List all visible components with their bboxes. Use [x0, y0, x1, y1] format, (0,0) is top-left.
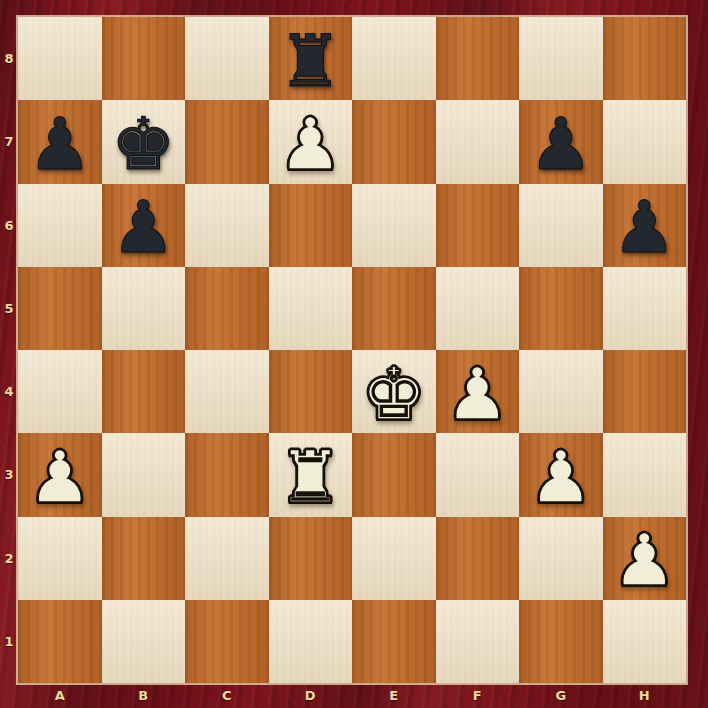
piece-white-pawn[interactable]: ♟ [612, 524, 677, 596]
square-g4[interactable] [519, 350, 603, 433]
square-d1[interactable] [269, 600, 353, 683]
square-h8[interactable] [603, 17, 687, 100]
square-b6[interactable]: ♟ [102, 184, 186, 267]
square-e6[interactable] [352, 184, 436, 267]
chess-board: ♜♟♚♟♟♟♟♚♟♟♜♟♟ [18, 17, 686, 683]
square-h4[interactable] [603, 350, 687, 433]
piece-white-pawn[interactable]: ♟ [445, 358, 510, 430]
square-c7[interactable] [185, 100, 269, 183]
rank-label-2: 2 [0, 517, 18, 600]
square-c3[interactable] [185, 433, 269, 516]
square-d4[interactable] [269, 350, 353, 433]
square-d8[interactable]: ♜ [269, 17, 353, 100]
square-g3[interactable]: ♟ [519, 433, 603, 516]
file-label-d: D [269, 683, 353, 708]
rank-label-7: 7 [0, 100, 18, 183]
file-label-a: A [18, 683, 102, 708]
square-c5[interactable] [185, 267, 269, 350]
rank-labels: 87654321 [0, 17, 18, 683]
square-a5[interactable] [18, 267, 102, 350]
square-b7[interactable]: ♚ [102, 100, 186, 183]
square-a1[interactable] [18, 600, 102, 683]
square-d2[interactable] [269, 517, 353, 600]
square-h2[interactable]: ♟ [603, 517, 687, 600]
piece-black-rook[interactable]: ♜ [278, 25, 343, 97]
piece-black-king[interactable]: ♚ [111, 108, 176, 180]
square-c4[interactable] [185, 350, 269, 433]
piece-white-pawn[interactable]: ♟ [278, 108, 343, 180]
square-f6[interactable] [436, 184, 520, 267]
square-c2[interactable] [185, 517, 269, 600]
file-label-b: B [102, 683, 186, 708]
square-f1[interactable] [436, 600, 520, 683]
square-g1[interactable] [519, 600, 603, 683]
square-c8[interactable] [185, 17, 269, 100]
file-label-c: C [185, 683, 269, 708]
piece-black-pawn[interactable]: ♟ [111, 191, 176, 263]
rank-label-8: 8 [0, 17, 18, 100]
rank-label-4: 4 [0, 350, 18, 433]
piece-white-pawn[interactable]: ♟ [27, 441, 92, 513]
square-d7[interactable]: ♟ [269, 100, 353, 183]
square-b3[interactable] [102, 433, 186, 516]
square-e7[interactable] [352, 100, 436, 183]
piece-black-pawn[interactable]: ♟ [528, 108, 593, 180]
square-b2[interactable] [102, 517, 186, 600]
square-g8[interactable] [519, 17, 603, 100]
square-h6[interactable]: ♟ [603, 184, 687, 267]
file-label-f: F [436, 683, 520, 708]
square-e2[interactable] [352, 517, 436, 600]
piece-white-pawn[interactable]: ♟ [528, 441, 593, 513]
square-a8[interactable] [18, 17, 102, 100]
square-c6[interactable] [185, 184, 269, 267]
file-label-h: H [603, 683, 687, 708]
square-b4[interactable] [102, 350, 186, 433]
rank-label-1: 1 [0, 600, 18, 683]
square-e4[interactable]: ♚ [352, 350, 436, 433]
square-f8[interactable] [436, 17, 520, 100]
square-f4[interactable]: ♟ [436, 350, 520, 433]
square-a2[interactable] [18, 517, 102, 600]
square-e1[interactable] [352, 600, 436, 683]
file-labels: ABCDEFGH [18, 683, 686, 708]
square-d3[interactable]: ♜ [269, 433, 353, 516]
square-h5[interactable] [603, 267, 687, 350]
square-a3[interactable]: ♟ [18, 433, 102, 516]
square-e3[interactable] [352, 433, 436, 516]
square-h1[interactable] [603, 600, 687, 683]
square-c1[interactable] [185, 600, 269, 683]
square-b1[interactable] [102, 600, 186, 683]
piece-black-pawn[interactable]: ♟ [27, 108, 92, 180]
piece-white-king[interactable]: ♚ [361, 358, 426, 430]
piece-white-rook[interactable]: ♜ [278, 441, 343, 513]
square-a6[interactable] [18, 184, 102, 267]
square-a7[interactable]: ♟ [18, 100, 102, 183]
square-d5[interactable] [269, 267, 353, 350]
square-a4[interactable] [18, 350, 102, 433]
square-h3[interactable] [603, 433, 687, 516]
square-f5[interactable] [436, 267, 520, 350]
file-label-g: G [519, 683, 603, 708]
rank-label-5: 5 [0, 267, 18, 350]
square-b8[interactable] [102, 17, 186, 100]
square-g2[interactable] [519, 517, 603, 600]
square-b5[interactable] [102, 267, 186, 350]
square-g7[interactable]: ♟ [519, 100, 603, 183]
square-f2[interactable] [436, 517, 520, 600]
square-e5[interactable] [352, 267, 436, 350]
piece-black-pawn[interactable]: ♟ [612, 191, 677, 263]
square-f7[interactable] [436, 100, 520, 183]
square-h7[interactable] [603, 100, 687, 183]
square-f3[interactable] [436, 433, 520, 516]
file-label-e: E [352, 683, 436, 708]
square-d6[interactable] [269, 184, 353, 267]
rank-label-6: 6 [0, 184, 18, 267]
square-g5[interactable] [519, 267, 603, 350]
rank-label-3: 3 [0, 433, 18, 516]
chessboard-screenshot: 87654321 ABCDEFGH ♜♟♚♟♟♟♟♚♟♟♜♟♟ [0, 0, 708, 708]
square-g6[interactable] [519, 184, 603, 267]
square-e8[interactable] [352, 17, 436, 100]
